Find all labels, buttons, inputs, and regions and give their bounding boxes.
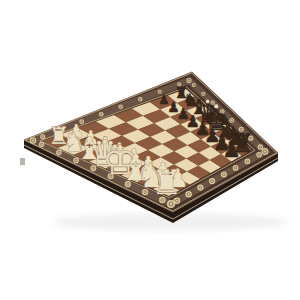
rosette-ornament-icon	[209, 178, 215, 184]
rosette-ornament-icon	[118, 104, 123, 109]
light-finial-icon	[214, 104, 218, 108]
rosette-ornament-icon	[192, 83, 196, 87]
rosette-ornament-icon	[258, 144, 263, 149]
corner-medallion-icon	[186, 78, 191, 83]
rosette-ornament-icon	[39, 142, 44, 147]
rosette-ornament-icon	[138, 97, 142, 101]
corner-medallion-icon	[262, 148, 269, 155]
latch-clasp	[20, 158, 25, 165]
rosette-ornament-icon	[197, 184, 203, 190]
rosette-ornament-icon	[256, 152, 262, 158]
rosette-ornament-icon	[99, 112, 104, 117]
piece-dark-pawn-h7: ♟	[222, 138, 241, 162]
piece-white-rook-h1: ♜	[151, 163, 181, 202]
rosette-ornament-icon	[56, 150, 62, 156]
corner-medallion-icon	[30, 137, 37, 144]
rosette-ornament-icon	[40, 134, 45, 139]
rosette-ornament-icon	[221, 171, 227, 177]
rosette-ornament-icon	[233, 165, 239, 171]
rosette-ornament-icon	[245, 158, 251, 164]
chess-board-photo: ♜♟♞♟♝♟♛♟♚♟♝♟♟♜♞♟♟♞♟♜♟♝♟♛♟♚♟♝♟♞♟♜	[0, 0, 300, 300]
light-finial-icon	[206, 100, 210, 104]
product-photo: ♜♟♞♟♝♟♛♟♚♟♝♟♟♜♞♟♟♞♟♜♟♝♟♛♟♚♟♝♟♞♟♜	[0, 0, 300, 300]
